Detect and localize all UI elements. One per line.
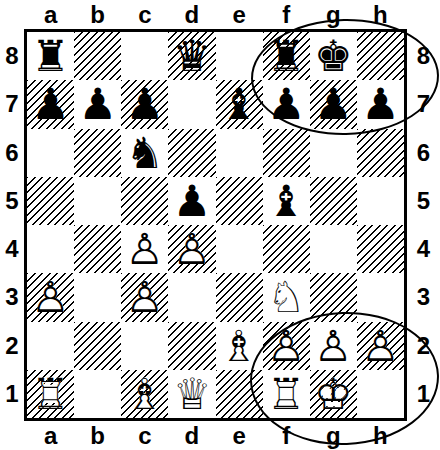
square-d4[interactable]: ♟♙ (168, 225, 215, 273)
black-bishop: ♝ (216, 80, 263, 128)
black-rook: ♜ (27, 32, 74, 80)
white-bishop: ♝♗ (121, 370, 168, 418)
square-c7[interactable]: ♟ (121, 80, 168, 128)
black-pawn: ♟ (310, 80, 357, 128)
file-label-bottom-e: e (216, 424, 263, 448)
square-f5[interactable]: ♝ (263, 177, 310, 225)
square-b3[interactable] (74, 273, 121, 321)
square-a2[interactable] (27, 322, 74, 370)
white-pawn: ♟♙ (263, 322, 310, 370)
square-b4[interactable] (74, 225, 121, 273)
square-e6[interactable] (216, 129, 263, 177)
square-a1[interactable]: ♜♖ (27, 370, 74, 418)
rank-label-left-4: 4 (0, 225, 24, 273)
file-label-top-b: b (74, 3, 121, 27)
rank-label-left-8: 8 (0, 32, 24, 80)
piece-outline-layer: ♙ (168, 225, 215, 273)
square-h2[interactable]: ♟♙ (357, 322, 404, 370)
piece-outline-layer: ♔ (310, 370, 357, 418)
square-a7[interactable]: ♟ (27, 80, 74, 128)
piece-outline-layer: ♙ (121, 225, 168, 273)
piece-outline-layer: ♙ (121, 273, 168, 321)
rank-label-left-1: 1 (0, 370, 24, 418)
piece-outline-layer: ♙ (310, 322, 357, 370)
square-d1[interactable]: ♛♕ (168, 370, 215, 418)
square-g5[interactable] (310, 177, 357, 225)
square-d3[interactable] (168, 273, 215, 321)
rank-label-right-4: 4 (407, 225, 440, 273)
chess-board: ♜♛♜♚♟♟♟♝♟♟♟♞♟♝♟♙♟♙♟♙♟♙♞♘♝♗♟♙♟♙♟♙♜♖♝♗♛♕♜♖… (24, 29, 407, 421)
file-label-bottom-f: f (263, 424, 310, 448)
file-labels-top: abcdefgh (27, 0, 404, 27)
square-d8[interactable]: ♛ (168, 32, 215, 80)
white-pawn: ♟♙ (168, 225, 215, 273)
file-label-top-f: f (263, 3, 310, 27)
piece-outline-layer: ♖ (263, 370, 310, 418)
chess-diagram: abcdefgh 87654321 ♜♛♜♚♟♟♟♝♟♟♟♞♟♝♟♙♟♙♟♙♟♙… (0, 0, 440, 450)
piece-outline-layer: ♙ (27, 273, 74, 321)
file-label-bottom-h: h (357, 424, 404, 448)
square-e4[interactable] (216, 225, 263, 273)
white-pawn: ♟♙ (310, 322, 357, 370)
white-rook: ♜♖ (263, 370, 310, 418)
rank-label-left-6: 6 (0, 129, 24, 177)
file-label-top-d: d (168, 3, 215, 27)
square-b1[interactable] (74, 370, 121, 418)
black-bishop: ♝ (263, 177, 310, 225)
square-b8[interactable] (74, 32, 121, 80)
black-pawn: ♟ (121, 80, 168, 128)
square-c5[interactable] (121, 177, 168, 225)
square-f2[interactable]: ♟♙ (263, 322, 310, 370)
white-pawn: ♟♙ (27, 273, 74, 321)
white-king: ♚♔ (310, 370, 357, 418)
white-queen: ♛♕ (168, 370, 215, 418)
square-e3[interactable] (216, 273, 263, 321)
rank-label-left-3: 3 (0, 273, 24, 321)
piece-glyph: ♚ (310, 32, 357, 80)
black-pawn: ♟ (263, 80, 310, 128)
piece-outline-layer: ♖ (27, 370, 74, 418)
square-f8[interactable]: ♜ (263, 32, 310, 80)
black-rook: ♜ (263, 32, 310, 80)
rank-label-left-7: 7 (0, 80, 24, 128)
square-g6[interactable] (310, 129, 357, 177)
square-c1[interactable]: ♝♗ (121, 370, 168, 418)
rank-labels-right: 87654321 (407, 32, 440, 418)
square-h7[interactable]: ♟ (357, 80, 404, 128)
piece-glyph: ♟ (168, 177, 215, 225)
square-a6[interactable] (27, 129, 74, 177)
black-pawn: ♟ (357, 80, 404, 128)
file-label-top-c: c (121, 3, 168, 27)
piece-outline-layer: ♙ (357, 322, 404, 370)
piece-outline-layer: ♙ (263, 322, 310, 370)
square-a8[interactable]: ♜ (27, 32, 74, 80)
piece-glyph: ♞ (121, 129, 168, 177)
file-label-top-h: h (357, 3, 404, 27)
rank-label-right-3: 3 (407, 273, 440, 321)
piece-glyph: ♝ (263, 177, 310, 225)
square-e1[interactable] (216, 370, 263, 418)
rank-label-right-5: 5 (407, 177, 440, 225)
square-c4[interactable]: ♟♙ (121, 225, 168, 273)
square-f4[interactable] (263, 225, 310, 273)
rank-labels-left: 87654321 (0, 32, 24, 418)
rank-label-right-1: 1 (407, 370, 440, 418)
black-pawn: ♟ (74, 80, 121, 128)
square-h8[interactable] (357, 32, 404, 80)
square-e2[interactable]: ♝♗ (216, 322, 263, 370)
black-pawn: ♟ (27, 80, 74, 128)
square-h1[interactable] (357, 370, 404, 418)
square-f3[interactable]: ♞♘ (263, 273, 310, 321)
rank-label-left-5: 5 (0, 177, 24, 225)
square-h3[interactable] (357, 273, 404, 321)
square-c6[interactable]: ♞ (121, 129, 168, 177)
piece-glyph: ♟ (263, 80, 310, 128)
piece-outline-layer: ♗ (216, 322, 263, 370)
file-label-bottom-c: c (121, 424, 168, 448)
white-pawn: ♟♙ (121, 273, 168, 321)
square-c2[interactable] (121, 322, 168, 370)
square-d7[interactable] (168, 80, 215, 128)
square-f7[interactable]: ♟ (263, 80, 310, 128)
piece-glyph: ♟ (27, 80, 74, 128)
square-h4[interactable] (357, 225, 404, 273)
square-a4[interactable] (27, 225, 74, 273)
square-a5[interactable] (27, 177, 74, 225)
file-label-bottom-a: a (27, 424, 74, 448)
piece-glyph: ♟ (310, 80, 357, 128)
rank-label-left-2: 2 (0, 322, 24, 370)
square-f6[interactable] (263, 129, 310, 177)
square-f1[interactable]: ♜♖ (263, 370, 310, 418)
square-a3[interactable]: ♟♙ (27, 273, 74, 321)
piece-glyph: ♟ (74, 80, 121, 128)
square-c8[interactable] (121, 32, 168, 80)
rank-label-right-8: 8 (407, 32, 440, 80)
square-g7[interactable]: ♟ (310, 80, 357, 128)
square-h6[interactable] (357, 129, 404, 177)
file-label-top-e: e (216, 3, 263, 27)
square-c3[interactable]: ♟♙ (121, 273, 168, 321)
piece-outline-layer: ♗ (121, 370, 168, 418)
square-b6[interactable] (74, 129, 121, 177)
square-g4[interactable] (310, 225, 357, 273)
piece-glyph: ♟ (121, 80, 168, 128)
piece-glyph: ♜ (263, 32, 310, 80)
black-knight: ♞ (121, 129, 168, 177)
square-d5[interactable]: ♟ (168, 177, 215, 225)
piece-glyph: ♛ (168, 32, 215, 80)
square-b7[interactable]: ♟ (74, 80, 121, 128)
white-rook: ♜♖ (27, 370, 74, 418)
square-b5[interactable] (74, 177, 121, 225)
file-label-bottom-b: b (74, 424, 121, 448)
piece-glyph: ♟ (357, 80, 404, 128)
file-label-bottom-g: g (310, 424, 357, 448)
square-e8[interactable] (216, 32, 263, 80)
square-g3[interactable] (310, 273, 357, 321)
rank-label-right-2: 2 (407, 322, 440, 370)
square-b2[interactable] (74, 322, 121, 370)
black-queen: ♛ (168, 32, 215, 80)
piece-outline-layer: ♘ (263, 273, 310, 321)
black-king: ♚ (310, 32, 357, 80)
file-label-top-g: g (310, 3, 357, 27)
square-d2[interactable] (168, 322, 215, 370)
square-g2[interactable]: ♟♙ (310, 322, 357, 370)
file-labels-bottom: abcdefgh (27, 422, 404, 449)
square-g1[interactable]: ♚♔ (310, 370, 357, 418)
piece-glyph: ♜ (27, 32, 74, 80)
white-bishop: ♝♗ (216, 322, 263, 370)
white-pawn: ♟♙ (357, 322, 404, 370)
piece-glyph: ♝ (216, 80, 263, 128)
square-d6[interactable] (168, 129, 215, 177)
square-e5[interactable] (216, 177, 263, 225)
square-h5[interactable] (357, 177, 404, 225)
file-label-top-a: a (27, 3, 74, 27)
white-knight: ♞♘ (263, 273, 310, 321)
file-label-bottom-d: d (168, 424, 215, 448)
square-e7[interactable]: ♝ (216, 80, 263, 128)
black-pawn: ♟ (168, 177, 215, 225)
rank-label-right-7: 7 (407, 80, 440, 128)
piece-outline-layer: ♕ (168, 370, 215, 418)
rank-label-right-6: 6 (407, 129, 440, 177)
white-pawn: ♟♙ (121, 225, 168, 273)
square-g8[interactable]: ♚ (310, 32, 357, 80)
